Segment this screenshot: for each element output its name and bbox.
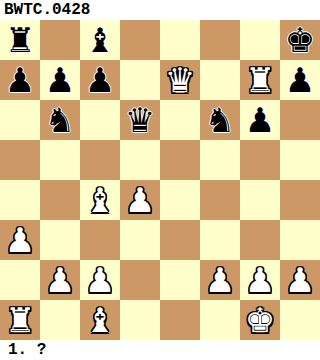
square-h6[interactable] [280,100,320,140]
square-e5[interactable] [160,140,200,180]
square-c5[interactable] [80,140,120,180]
piece-white-king: ♚ [245,300,275,340]
piece-black-pawn: ♟ [285,60,315,100]
square-e1[interactable] [160,300,200,340]
square-c8[interactable]: ♝ [80,20,120,60]
square-f4[interactable] [200,180,240,220]
piece-black-rook: ♜ [5,20,35,60]
square-h3[interactable] [280,220,320,260]
square-b5[interactable] [40,140,80,180]
square-c7[interactable]: ♟ [80,60,120,100]
square-e4[interactable] [160,180,200,220]
piece-white-pawn: ♟ [85,260,115,300]
piece-white-pawn: ♟ [245,260,275,300]
square-d6[interactable]: ♛ [120,100,160,140]
square-b8[interactable] [40,20,80,60]
square-f7[interactable] [200,60,240,100]
square-b6[interactable]: ♞ [40,100,80,140]
square-d1[interactable] [120,300,160,340]
square-d7[interactable] [120,60,160,100]
square-b7[interactable]: ♟ [40,60,80,100]
square-g8[interactable] [240,20,280,60]
square-f8[interactable] [200,20,240,60]
square-f6[interactable]: ♞ [200,100,240,140]
puzzle-id: BWTC.0428 [0,0,320,20]
piece-black-pawn: ♟ [245,100,275,140]
square-f3[interactable] [200,220,240,260]
piece-white-pawn: ♟ [285,260,315,300]
move-prompt: 1. ? [0,340,320,360]
square-e7[interactable]: ♛ [160,60,200,100]
square-e2[interactable] [160,260,200,300]
square-g2[interactable]: ♟ [240,260,280,300]
square-d4[interactable]: ♟ [120,180,160,220]
square-f1[interactable] [200,300,240,340]
square-d8[interactable] [120,20,160,60]
square-e3[interactable] [160,220,200,260]
square-b2[interactable]: ♟ [40,260,80,300]
square-h8[interactable]: ♚ [280,20,320,60]
piece-black-pawn: ♟ [85,60,115,100]
piece-white-pawn: ♟ [45,260,75,300]
square-g7[interactable]: ♜ [240,60,280,100]
square-d5[interactable] [120,140,160,180]
square-d3[interactable] [120,220,160,260]
chess-board: ♜♝♚♟♟♟♛♜♟♞♛♞♟♝♟♟♟♟♟♟♟♜♝♚ [0,20,320,340]
piece-white-bishop: ♝ [85,180,115,220]
piece-white-rook: ♜ [5,300,35,340]
square-g5[interactable] [240,140,280,180]
square-g4[interactable] [240,180,280,220]
square-a7[interactable]: ♟ [0,60,40,100]
piece-black-knight: ♞ [205,100,235,140]
square-a5[interactable] [0,140,40,180]
square-c4[interactable]: ♝ [80,180,120,220]
square-g1[interactable]: ♚ [240,300,280,340]
square-h5[interactable] [280,140,320,180]
square-e8[interactable] [160,20,200,60]
piece-white-queen: ♛ [165,60,195,100]
square-h2[interactable]: ♟ [280,260,320,300]
square-b3[interactable] [40,220,80,260]
piece-white-rook: ♜ [245,60,275,100]
square-a3[interactable]: ♟ [0,220,40,260]
square-g6[interactable]: ♟ [240,100,280,140]
square-a8[interactable]: ♜ [0,20,40,60]
square-h4[interactable] [280,180,320,220]
square-e6[interactable] [160,100,200,140]
chess-puzzle-page: BWTC.0428 ♜♝♚♟♟♟♛♜♟♞♛♞♟♝♟♟♟♟♟♟♟♜♝♚ 1. ? [0,0,320,360]
piece-black-pawn: ♟ [5,60,35,100]
square-g3[interactable] [240,220,280,260]
piece-black-bishop: ♝ [85,20,115,60]
piece-white-pawn: ♟ [5,220,35,260]
square-c3[interactable] [80,220,120,260]
square-a4[interactable] [0,180,40,220]
square-f5[interactable] [200,140,240,180]
square-a6[interactable] [0,100,40,140]
piece-black-king: ♚ [285,20,315,60]
square-a2[interactable] [0,260,40,300]
square-h7[interactable]: ♟ [280,60,320,100]
square-a1[interactable]: ♜ [0,300,40,340]
square-c1[interactable]: ♝ [80,300,120,340]
piece-black-queen: ♛ [125,100,155,140]
square-d2[interactable] [120,260,160,300]
square-f2[interactable]: ♟ [200,260,240,300]
square-h1[interactable] [280,300,320,340]
square-b1[interactable] [40,300,80,340]
square-b4[interactable] [40,180,80,220]
piece-white-pawn: ♟ [205,260,235,300]
piece-white-pawn: ♟ [125,180,155,220]
square-c2[interactable]: ♟ [80,260,120,300]
piece-black-pawn: ♟ [45,60,75,100]
piece-black-knight: ♞ [45,100,75,140]
piece-white-bishop: ♝ [85,300,115,340]
square-c6[interactable] [80,100,120,140]
